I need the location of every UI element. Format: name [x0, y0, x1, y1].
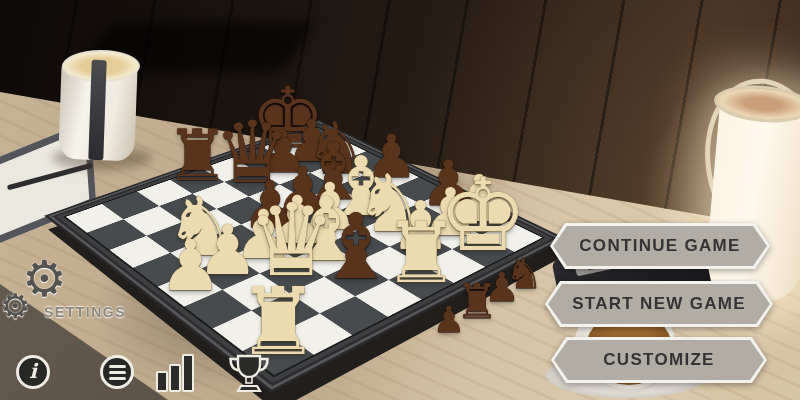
achievements-trophy-icon[interactable] [226, 352, 272, 394]
menu-lines-glyph [109, 365, 126, 380]
customize-button[interactable]: CUSTOMIZE [551, 337, 767, 383]
customize-label: CUSTOMIZE [551, 337, 767, 383]
bar-medium [169, 364, 181, 392]
start-new-game-button[interactable]: START NEW GAME [545, 281, 773, 327]
gear-icon: ⚙ [0, 286, 30, 326]
settings-label: SETTINGS [44, 304, 126, 320]
rules-icon[interactable] [100, 355, 134, 389]
settings-button[interactable]: ⚙ ⚙ SETTINGS [0, 248, 160, 338]
info-glyph: i [29, 361, 37, 381]
chessboard-3d [115, 42, 485, 400]
bar-short [156, 371, 168, 392]
bar-tall [182, 354, 194, 392]
statistics-icon[interactable] [156, 356, 196, 392]
continue-game-button[interactable]: CONTINUE GAME [550, 223, 770, 269]
info-icon[interactable]: i [16, 355, 50, 389]
continue-game-label: CONTINUE GAME [550, 223, 770, 269]
start-new-game-label: START NEW GAME [545, 281, 773, 327]
game-main-menu-scene: ♜♜♚♟♟♟♝♛♝♞♟♟♟♟♟♟♝♞♟♟♝♟♞♛♟♟♜♚♟♜♟♞ CONTINU… [0, 0, 800, 400]
